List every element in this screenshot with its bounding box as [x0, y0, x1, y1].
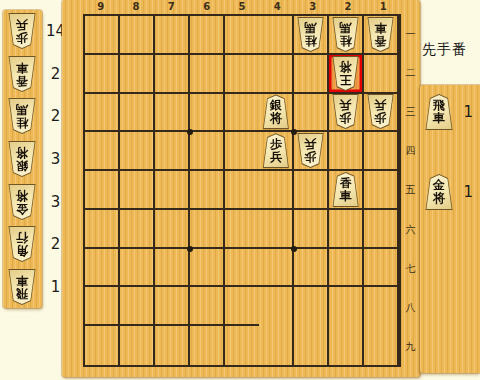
square-52[interactable]: [225, 55, 260, 94]
file-label-6: 6: [189, 0, 224, 13]
gote-hand-rows: 歩兵14香車2桂馬2銀将3金将3角行2飛車1: [3, 10, 67, 308]
rank-label-2: 二: [402, 53, 419, 92]
square-13[interactable]: 歩兵: [364, 94, 399, 133]
sente-hand-count-gold: 1: [463, 183, 473, 201]
square-61[interactable]: [190, 16, 225, 55]
piece-rook-gote[interactable]: 飛車: [7, 269, 37, 305]
square-93[interactable]: [85, 94, 120, 133]
piece-face: 角行: [8, 227, 36, 261]
square-35[interactable]: [294, 171, 329, 210]
piece-face: 銀将: [262, 95, 289, 128]
piece-kanji: 歩: [375, 111, 387, 124]
gote-hand-slot-gold: 金将3: [3, 180, 67, 223]
piece-kanji: 兵: [375, 98, 387, 111]
square-91[interactable]: [85, 16, 120, 55]
piece-face: 香車: [8, 57, 36, 91]
piece-lance-gote[interactable]: 香車: [7, 56, 37, 92]
square-33[interactable]: [294, 94, 329, 133]
rank-label-4: 四: [402, 132, 419, 171]
piece-pawn-gote[interactable]: 歩兵: [331, 94, 360, 129]
gote-hand-slot-pawn: 歩兵14: [3, 10, 67, 53]
piece-gold-sente[interactable]: 金将: [424, 174, 454, 210]
square-88[interactable]: [120, 287, 155, 326]
square-18[interactable]: [364, 287, 399, 326]
piece-kanji: 歩: [16, 31, 28, 44]
piece-kanji: 桂: [16, 116, 28, 129]
square-71[interactable]: [155, 16, 190, 55]
square-22[interactable]: 王将: [329, 55, 364, 94]
square-23[interactable]: 歩兵: [329, 94, 364, 133]
piece-kanji: 桂: [305, 34, 317, 47]
square-21[interactable]: 桂馬: [329, 16, 364, 55]
square-77[interactable]: [155, 249, 190, 288]
sente-hand-slot-gold: 金将1: [420, 169, 480, 215]
gote-hand-slot-lance: 香車2: [3, 53, 67, 96]
piece-face: 金将: [425, 175, 453, 209]
piece-face: 桂馬: [8, 99, 36, 133]
gote-hand-slot-knight: 桂馬2: [3, 95, 67, 138]
square-53[interactable]: [225, 94, 260, 133]
square-45[interactable]: [259, 171, 294, 210]
piece-pawn-gote[interactable]: 歩兵: [7, 13, 37, 49]
square-95[interactable]: [85, 171, 120, 210]
piece-pawn-sente[interactable]: 歩兵: [261, 133, 290, 168]
square-74[interactable]: [155, 132, 190, 171]
piece-kanji: 兵: [340, 98, 352, 111]
piece-face: 王将: [332, 57, 359, 90]
piece-kanji: 歩: [305, 150, 317, 163]
file-label-8: 8: [118, 0, 153, 13]
square-39[interactable]: [294, 326, 329, 365]
square-27[interactable]: [329, 249, 364, 288]
piece-kanji: 角: [16, 244, 28, 257]
square-55[interactable]: [225, 171, 260, 210]
rank-label-7: 七: [402, 249, 419, 288]
piece-knight-gote[interactable]: 桂馬: [331, 17, 360, 52]
piece-face: 歩兵: [297, 134, 324, 167]
star-dot: [291, 246, 297, 252]
piece-kanji: 香: [16, 74, 28, 87]
star-dot: [187, 129, 193, 135]
piece-lance-gote[interactable]: 香車: [366, 17, 395, 52]
piece-knight-gote[interactable]: 桂馬: [7, 98, 37, 134]
piece-kanji: 金: [16, 202, 28, 215]
rank-label-9: 九: [402, 328, 419, 367]
rank-label-3: 三: [402, 92, 419, 131]
square-11[interactable]: 香車: [364, 16, 399, 55]
sente-hand-tray: 飛車1金将1: [420, 85, 480, 373]
square-51[interactable]: [225, 16, 260, 55]
piece-knight-gote[interactable]: 桂馬: [296, 17, 325, 52]
piece-face: 飛車: [8, 270, 36, 304]
square-58[interactable]: [225, 287, 260, 326]
square-63[interactable]: [190, 94, 225, 133]
square-38[interactable]: [294, 287, 329, 326]
piece-face: 飛車: [425, 95, 453, 129]
piece-kanji: 馬: [305, 21, 317, 34]
piece-kanji: 将: [433, 192, 445, 205]
square-98[interactable]: [85, 287, 120, 326]
file-label-2: 2: [330, 0, 365, 13]
square-76[interactable]: [155, 210, 190, 249]
square-73[interactable]: [155, 94, 190, 133]
square-81[interactable]: [120, 16, 155, 55]
piece-kanji: 車: [340, 190, 352, 203]
piece-kanji: 車: [16, 274, 28, 287]
square-57[interactable]: [225, 249, 260, 288]
file-label-7: 7: [154, 0, 189, 13]
piece-kanji: 将: [340, 60, 352, 73]
file-label-4: 4: [260, 0, 295, 13]
piece-face: 香車: [367, 18, 394, 51]
shogi-app: 歩兵14香車2桂馬2銀将3金将3角行2飛車1 987654321 一二三四五六七…: [0, 0, 480, 380]
gote-hand-slot-rook: 飛車1: [3, 265, 67, 308]
piece-kanji: 兵: [270, 151, 282, 164]
turn-indicator: 先手番: [422, 41, 467, 59]
square-84[interactable]: [120, 132, 155, 171]
sente-hand-slot-rook: 飛車1: [420, 89, 480, 135]
square-59[interactable]: [225, 326, 260, 365]
square-17[interactable]: [364, 249, 399, 288]
square-34[interactable]: 歩兵: [294, 132, 329, 171]
piece-pawn-gote[interactable]: 歩兵: [296, 133, 325, 168]
piece-kanji: 王: [340, 73, 352, 86]
square-75[interactable]: [155, 171, 190, 210]
piece-face: 歩兵: [8, 14, 36, 48]
piece-face: 歩兵: [367, 95, 394, 128]
piece-kanji: 行: [16, 231, 28, 244]
square-29[interactable]: [329, 326, 364, 365]
square-67[interactable]: [190, 249, 225, 288]
gote-hand-tray: 歩兵14香車2桂馬2銀将3金将3角行2飛車1: [3, 10, 67, 308]
piece-kanji: 将: [16, 189, 28, 202]
piece-kanji: 車: [16, 61, 28, 74]
piece-face: 桂馬: [297, 18, 324, 51]
rank-label-5: 五: [402, 171, 419, 210]
piece-lance-sente[interactable]: 香車: [331, 172, 360, 207]
square-36[interactable]: [294, 210, 329, 249]
square-41[interactable]: [259, 16, 294, 55]
square-64[interactable]: [190, 132, 225, 171]
square-19[interactable]: [364, 326, 399, 365]
square-15[interactable]: [364, 171, 399, 210]
square-66[interactable]: [190, 210, 225, 249]
square-26[interactable]: [329, 210, 364, 249]
square-56[interactable]: [225, 210, 260, 249]
piece-kanji: 馬: [16, 103, 28, 116]
piece-silver-sente[interactable]: 銀将: [261, 94, 290, 129]
square-37[interactable]: [294, 249, 329, 288]
file-label-1: 1: [366, 0, 401, 13]
square-24[interactable]: [329, 132, 364, 171]
star-dot: [187, 246, 193, 252]
piece-kanji: 桂: [340, 34, 352, 47]
piece-face: 桂馬: [332, 18, 359, 51]
piece-kanji: 将: [270, 112, 282, 125]
square-48[interactable]: [259, 287, 294, 326]
piece-kanji: 車: [375, 21, 387, 34]
piece-face: 歩兵: [262, 134, 289, 167]
piece-kanji: 歩: [340, 111, 352, 124]
file-label-9: 9: [83, 0, 118, 13]
piece-king-gote[interactable]: 王将: [331, 56, 360, 91]
square-68[interactable]: [190, 287, 225, 326]
file-label-5: 5: [224, 0, 259, 13]
square-14[interactable]: [364, 132, 399, 171]
square-42[interactable]: [259, 55, 294, 94]
square-16[interactable]: [364, 210, 399, 249]
square-43[interactable]: 銀将: [259, 94, 294, 133]
file-label-3: 3: [295, 0, 330, 13]
square-44[interactable]: 歩兵: [259, 132, 294, 171]
square-25[interactable]: 香車: [329, 171, 364, 210]
piece-kanji: 飛: [16, 287, 28, 300]
rank-label-1: 一: [402, 14, 419, 53]
piece-face: 金将: [8, 185, 36, 219]
square-83[interactable]: [120, 94, 155, 133]
piece-kanji: 馬: [340, 21, 352, 34]
square-28[interactable]: [329, 287, 364, 326]
square-65[interactable]: [190, 171, 225, 210]
piece-kanji: 将: [16, 146, 28, 159]
rank-label-8: 八: [402, 289, 419, 328]
piece-rook-sente[interactable]: 飛車: [424, 94, 454, 130]
piece-kanji: 車: [433, 112, 445, 125]
piece-kanji: 銀: [16, 159, 28, 172]
gote-hand-slot-bishop: 角行2: [3, 223, 67, 266]
square-89[interactable]: [120, 326, 155, 365]
sente-hand-count-rook: 1: [463, 103, 473, 121]
square-69[interactable]: [190, 326, 225, 365]
square-72[interactable]: [155, 55, 190, 94]
piece-kanji: 兵: [305, 137, 317, 150]
rank-labels: 一二三四五六七八九: [402, 14, 419, 367]
square-86[interactable]: [120, 210, 155, 249]
square-12[interactable]: [364, 55, 399, 94]
piece-silver-gote[interactable]: 銀将: [7, 141, 37, 177]
square-96[interactable]: [85, 210, 120, 249]
square-82[interactable]: [120, 55, 155, 94]
square-85[interactable]: [120, 171, 155, 210]
square-54[interactable]: [225, 132, 260, 171]
square-62[interactable]: [190, 55, 225, 94]
piece-gold-gote[interactable]: 金将: [7, 184, 37, 220]
square-99[interactable]: [85, 326, 120, 365]
gote-hand-slot-silver: 銀将3: [3, 138, 67, 181]
piece-face: 銀将: [8, 142, 36, 176]
square-46[interactable]: [259, 210, 294, 249]
piece-kanji: 兵: [16, 18, 28, 31]
square-79[interactable]: [155, 326, 190, 365]
piece-bishop-gote[interactable]: 角行: [7, 226, 37, 262]
square-49[interactable]: [259, 326, 294, 365]
piece-pawn-gote[interactable]: 歩兵: [366, 94, 395, 129]
piece-face: 香車: [332, 173, 359, 206]
square-31[interactable]: 桂馬: [294, 16, 329, 55]
square-94[interactable]: [85, 132, 120, 171]
square-87[interactable]: [120, 249, 155, 288]
square-97[interactable]: [85, 249, 120, 288]
square-78[interactable]: [155, 287, 190, 326]
square-47[interactable]: [259, 249, 294, 288]
file-labels: 987654321: [83, 0, 401, 13]
rank-label-6: 六: [402, 210, 419, 249]
square-32[interactable]: [294, 55, 329, 94]
piece-face: 歩兵: [332, 95, 359, 128]
board-grid: 桂馬桂馬香車王将銀将歩兵歩兵歩兵歩兵香車: [83, 14, 401, 367]
square-92[interactable]: [85, 55, 120, 94]
piece-kanji: 香: [375, 34, 387, 47]
